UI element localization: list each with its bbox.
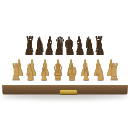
square-h2	[103, 72, 119, 77]
piece-white-pawn: ♟	[48, 56, 68, 79]
white-queen-glyph: ♛	[53, 62, 64, 85]
piece-white-pawn: ♟	[22, 56, 42, 79]
brass-plaque	[59, 89, 78, 96]
piece-black-knight: ♞	[30, 34, 49, 55]
white-pawn-glyph: ♟	[66, 56, 77, 79]
white-pawn-glyph: ♟	[106, 56, 117, 79]
square-a2	[11, 72, 27, 77]
square-b5	[31, 59, 43, 63]
square-e5	[65, 59, 76, 63]
board-front-edge	[0, 0, 130, 130]
chess-board-top	[2, 49, 128, 85]
square-c5	[42, 59, 54, 63]
square-a8	[25, 50, 36, 53]
chess-set-photo: ♜♞♝♛♚♝♞♜♟♟♟♟♟♟♟♟♟♟♟♟♟♟♟♟♜♞♝♛♚♝♞♜	[0, 0, 130, 130]
square-h6	[96, 56, 108, 59]
piece-black-pawn: ♟	[40, 37, 59, 59]
square-c2	[38, 72, 52, 77]
square-d4	[53, 63, 65, 67]
black-pawn-glyph: ♟	[24, 37, 34, 59]
square-f2	[77, 72, 91, 77]
black-pawn-glyph: ♟	[75, 37, 85, 59]
square-c8	[45, 50, 55, 53]
square-a5	[19, 59, 32, 63]
piece-black-queen: ♛	[50, 34, 69, 55]
square-b7	[34, 53, 45, 56]
piece-black-knight: ♞	[79, 34, 98, 55]
white-pawn-glyph: ♟	[53, 56, 64, 79]
piece-white-rook: ♜	[104, 62, 125, 85]
square-b8	[35, 50, 46, 53]
piece-white-pawn: ♟	[8, 56, 28, 79]
black-pawn-glyph: ♟	[34, 37, 44, 59]
piece-black-pawn: ♟	[29, 37, 48, 59]
black-king-glyph: ♚	[64, 34, 74, 55]
square-d2	[52, 72, 65, 77]
square-e1	[65, 77, 79, 83]
square-b4	[29, 63, 42, 67]
piece-white-bishop: ♝	[76, 62, 97, 85]
white-bishop-glyph: ♝	[39, 62, 50, 85]
black-bishop-glyph: ♝	[45, 34, 55, 55]
square-e4	[65, 63, 77, 67]
piece-white-rook: ♜	[6, 62, 27, 85]
square-g2	[90, 72, 105, 77]
white-pawn-glyph: ♟	[13, 56, 24, 79]
piece-black-pawn: ♟	[91, 37, 110, 59]
white-king-glyph: ♚	[67, 62, 78, 85]
square-g7	[84, 53, 95, 56]
black-knight-glyph: ♞	[84, 34, 94, 55]
piece-black-pawn: ♟	[81, 37, 100, 59]
square-f8	[74, 50, 84, 53]
piece-black-pawn: ♟	[19, 37, 38, 59]
square-h3	[101, 67, 116, 72]
piece-black-bishop: ♝	[40, 34, 59, 55]
black-pawn-glyph: ♟	[65, 37, 75, 59]
black-rook-glyph: ♜	[25, 34, 35, 55]
piece-white-knight: ♞	[20, 62, 41, 85]
square-d5	[53, 59, 64, 63]
square-b3	[27, 67, 41, 72]
square-g1	[92, 77, 108, 83]
square-a7	[23, 53, 35, 56]
square-h4	[99, 63, 113, 67]
square-h7	[94, 53, 106, 56]
black-pawn-glyph: ♟	[44, 37, 54, 59]
piece-white-knight: ♞	[90, 62, 111, 85]
chess-board-grid	[8, 50, 122, 82]
square-e6	[65, 56, 76, 59]
white-knight-glyph: ♞	[95, 62, 106, 85]
square-c3	[40, 67, 53, 72]
black-bishop-glyph: ♝	[74, 34, 84, 55]
piece-white-bishop: ♝	[34, 62, 55, 85]
piece-white-queen: ♛	[48, 62, 69, 85]
piece-black-rook: ♜	[89, 34, 108, 55]
square-b1	[22, 77, 38, 83]
square-c7	[44, 53, 55, 56]
square-h8	[93, 50, 104, 53]
square-a3	[14, 67, 29, 72]
square-e8	[65, 50, 75, 53]
square-d8	[55, 50, 65, 53]
piece-black-pawn: ♟	[70, 37, 89, 59]
pieces-layer: ♜♞♝♛♚♝♞♜♟♟♟♟♟♟♟♟♟♟♟♟♟♟♟♟♜♞♝♛♚♝♞♜	[0, 0, 130, 130]
square-b6	[32, 56, 44, 59]
square-e3	[65, 67, 78, 72]
piece-black-king: ♚	[60, 34, 79, 55]
piece-black-bishop: ♝	[70, 34, 89, 55]
square-f5	[75, 59, 87, 63]
white-rook-glyph: ♜	[10, 62, 21, 85]
black-pawn-glyph: ♟	[85, 37, 95, 59]
white-pawn-glyph: ♟	[79, 56, 90, 79]
piece-white-pawn: ♟	[88, 56, 108, 79]
piece-white-pawn: ♟	[61, 56, 81, 79]
piece-black-rook: ♜	[21, 34, 40, 55]
black-knight-glyph: ♞	[35, 34, 45, 55]
white-bishop-glyph: ♝	[81, 62, 92, 85]
white-pawn-glyph: ♟	[40, 56, 51, 79]
piece-white-pawn: ♟	[101, 56, 121, 79]
black-queen-glyph: ♛	[55, 34, 65, 55]
piece-white-pawn: ♟	[35, 56, 55, 79]
white-knight-glyph: ♞	[24, 62, 35, 85]
square-g8	[83, 50, 94, 53]
square-f4	[76, 63, 89, 67]
square-a4	[17, 63, 31, 67]
piece-white-pawn: ♟	[75, 56, 95, 79]
piece-black-pawn: ♟	[60, 37, 79, 59]
square-g5	[86, 59, 98, 63]
square-a6	[21, 56, 33, 59]
white-pawn-glyph: ♟	[27, 56, 38, 79]
square-h5	[97, 59, 110, 63]
square-f1	[78, 77, 93, 83]
square-g3	[89, 67, 103, 72]
square-g4	[87, 63, 100, 67]
piece-black-pawn: ♟	[50, 37, 69, 59]
black-pawn-glyph: ♟	[54, 37, 64, 59]
white-pawn-glyph: ♟	[93, 56, 104, 79]
square-h1	[105, 77, 122, 83]
square-c4	[41, 63, 54, 67]
square-f3	[77, 67, 90, 72]
square-e7	[65, 53, 75, 56]
square-d7	[54, 53, 64, 56]
square-e2	[65, 72, 78, 77]
white-rook-glyph: ♜	[109, 62, 120, 85]
piece-white-king: ♚	[62, 62, 83, 85]
square-g6	[85, 56, 97, 59]
square-f7	[74, 53, 85, 56]
square-f6	[75, 56, 86, 59]
square-b2	[25, 72, 40, 77]
square-c6	[43, 56, 54, 59]
square-c1	[37, 77, 52, 83]
square-d1	[51, 77, 65, 83]
black-pawn-glyph: ♟	[95, 37, 105, 59]
black-rook-glyph: ♜	[94, 34, 104, 55]
square-a1	[8, 77, 25, 83]
square-d6	[54, 56, 65, 59]
square-d3	[52, 67, 65, 72]
